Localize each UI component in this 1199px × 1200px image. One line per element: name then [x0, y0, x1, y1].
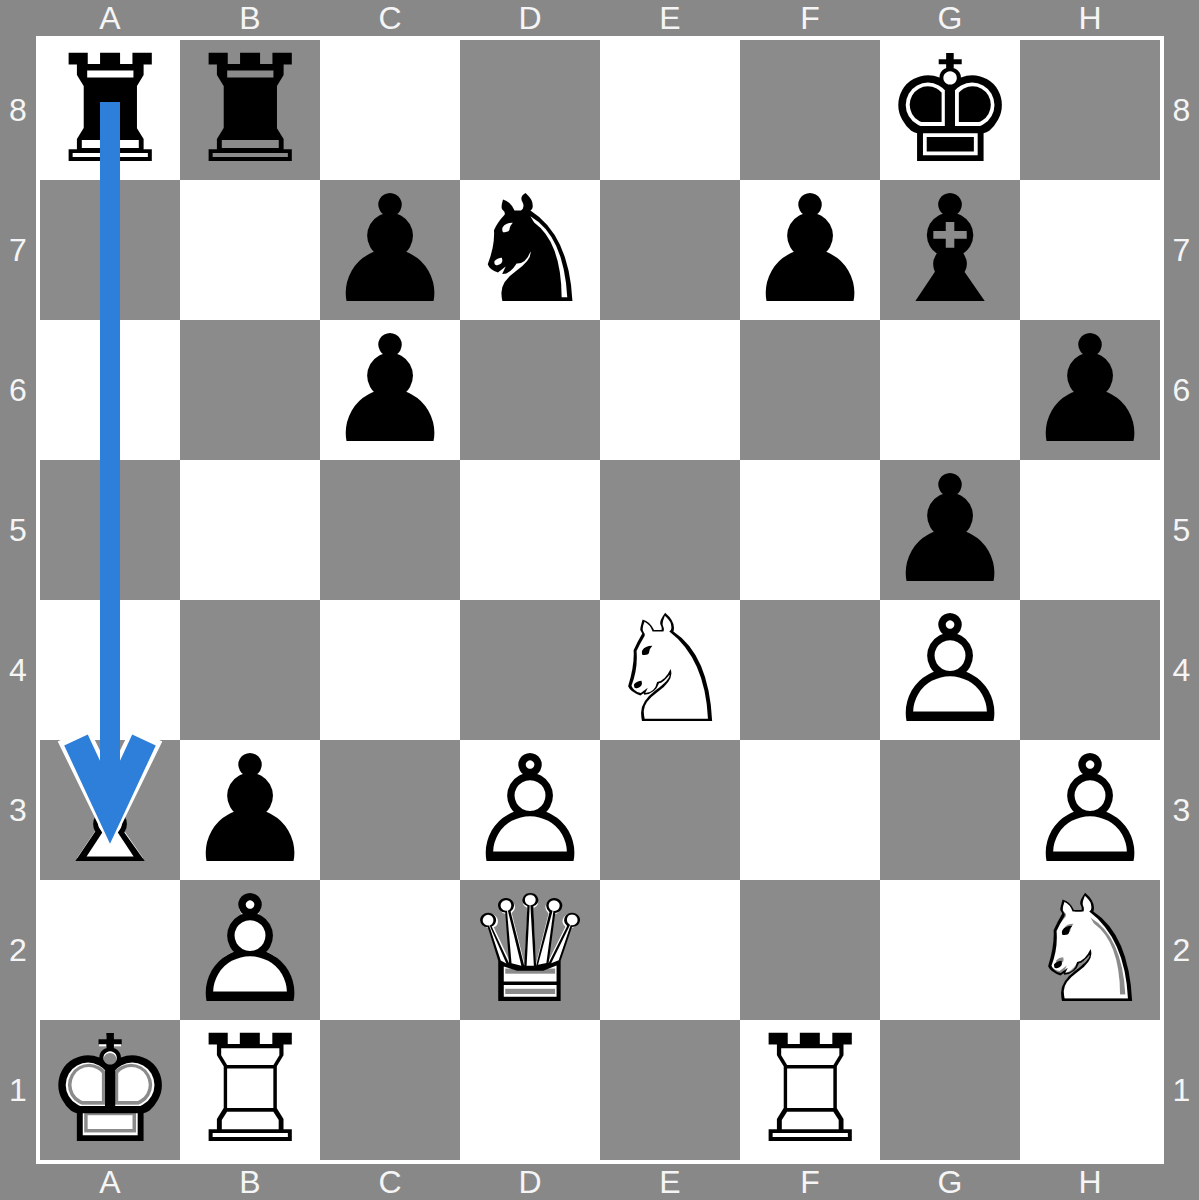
board-outline: ♜♜♚♟♞♟♝♟♟♟♞♘♟♙♝♗♟♟♙♟♙♟♙♛♕♞♘♚♔♜♖♜♖ [36, 36, 1164, 1164]
rank-labels-left: 87654321 [0, 40, 36, 1160]
white-pawn[interactable]: ♙ [180, 880, 320, 1020]
white-rook[interactable]: ♖ [740, 1020, 880, 1160]
square-d3[interactable]: ♟♙ [460, 740, 600, 880]
black-king[interactable]: ♚ [880, 40, 1020, 180]
square-e2[interactable] [600, 880, 740, 1020]
file-label-top-f: F [740, 0, 880, 36]
square-c4[interactable] [320, 600, 460, 740]
black-pawn[interactable]: ♟ [880, 460, 1020, 600]
square-f4[interactable] [740, 600, 880, 740]
black-pawn[interactable]: ♟ [320, 320, 460, 460]
rank-label-left-7: 7 [0, 180, 36, 320]
square-f1[interactable]: ♜♖ [740, 1020, 880, 1160]
white-rook[interactable]: ♖ [180, 1020, 320, 1160]
square-g2[interactable] [880, 880, 1020, 1020]
square-h5[interactable] [1020, 460, 1160, 600]
square-g8[interactable]: ♚ [880, 40, 1020, 180]
square-d5[interactable] [460, 460, 600, 600]
black-pawn[interactable]: ♟ [320, 180, 460, 320]
square-b7[interactable] [180, 180, 320, 320]
square-h2[interactable]: ♞♘ [1020, 880, 1160, 1020]
white-pawn-fill: ♟ [464, 744, 597, 877]
black-pawn[interactable]: ♟ [180, 740, 320, 880]
white-pawn[interactable]: ♙ [460, 740, 600, 880]
white-king-fill: ♚ [44, 1024, 177, 1157]
rank-label-left-6: 6 [0, 320, 36, 460]
square-a2[interactable] [40, 880, 180, 1020]
white-pawn-fill: ♟ [184, 884, 317, 1017]
square-h6[interactable]: ♟ [1020, 320, 1160, 460]
square-b8[interactable]: ♜ [180, 40, 320, 180]
file-label-top-d: D [460, 0, 600, 36]
file-label-bottom-h: H [1020, 1164, 1160, 1200]
square-f6[interactable] [740, 320, 880, 460]
square-d1[interactable] [460, 1020, 600, 1160]
black-rook[interactable]: ♜ [180, 40, 320, 180]
black-pawn[interactable]: ♟ [740, 180, 880, 320]
black-pawn[interactable]: ♟ [1020, 320, 1160, 460]
square-c5[interactable] [320, 460, 460, 600]
square-a8[interactable]: ♜ [40, 40, 180, 180]
square-h1[interactable] [1020, 1020, 1160, 1160]
square-c8[interactable] [320, 40, 460, 180]
file-label-bottom-f: F [740, 1164, 880, 1200]
square-e7[interactable] [600, 180, 740, 320]
square-d6[interactable] [460, 320, 600, 460]
square-a1[interactable]: ♚♔ [40, 1020, 180, 1160]
square-g3[interactable] [880, 740, 1020, 880]
square-e5[interactable] [600, 460, 740, 600]
square-b4[interactable] [180, 600, 320, 740]
file-labels-top: ABCDEFGH [40, 0, 1160, 36]
square-f3[interactable] [740, 740, 880, 880]
square-g5[interactable]: ♟ [880, 460, 1020, 600]
rank-label-right-5: 5 [1164, 460, 1199, 600]
white-king[interactable]: ♔ [40, 1020, 180, 1160]
square-b3[interactable]: ♟ [180, 740, 320, 880]
file-label-bottom-a: A [40, 1164, 180, 1200]
white-pawn-fill: ♟ [884, 604, 1017, 737]
square-d8[interactable] [460, 40, 600, 180]
rank-label-left-4: 4 [0, 600, 36, 740]
rank-label-right-4: 4 [1164, 600, 1199, 740]
square-g1[interactable] [880, 1020, 1020, 1160]
square-h3[interactable]: ♟♙ [1020, 740, 1160, 880]
rank-label-right-3: 3 [1164, 740, 1199, 880]
square-b6[interactable] [180, 320, 320, 460]
white-pawn-fill: ♟ [1024, 744, 1157, 877]
square-a7[interactable] [40, 180, 180, 320]
black-bishop[interactable]: ♝ [880, 180, 1020, 320]
file-label-bottom-d: D [460, 1164, 600, 1200]
square-h7[interactable] [1020, 180, 1160, 320]
square-a5[interactable] [40, 460, 180, 600]
square-b2[interactable]: ♟♙ [180, 880, 320, 1020]
square-c6[interactable]: ♟ [320, 320, 460, 460]
square-f2[interactable] [740, 880, 880, 1020]
white-queen-fill: ♛ [464, 884, 597, 1017]
rank-label-left-1: 1 [0, 1020, 36, 1160]
rank-label-left-2: 2 [0, 880, 36, 1020]
file-label-top-e: E [600, 0, 740, 36]
white-knight-fill: ♞ [1024, 884, 1157, 1017]
square-g4[interactable]: ♟♙ [880, 600, 1020, 740]
white-rook-fill: ♜ [184, 1024, 317, 1157]
white-queen[interactable]: ♕ [460, 880, 600, 1020]
white-knight[interactable]: ♘ [1020, 880, 1160, 1020]
square-c7[interactable]: ♟ [320, 180, 460, 320]
square-e6[interactable] [600, 320, 740, 460]
square-c2[interactable] [320, 880, 460, 1020]
square-f5[interactable] [740, 460, 880, 600]
white-bishop-fill: ♝ [44, 744, 177, 877]
rank-label-right-6: 6 [1164, 320, 1199, 460]
rank-label-left-5: 5 [0, 460, 36, 600]
square-a6[interactable] [40, 320, 180, 460]
square-g6[interactable] [880, 320, 1020, 460]
chess-board: ♜♜♚♟♞♟♝♟♟♟♞♘♟♙♝♗♟♟♙♟♙♟♙♛♕♞♘♚♔♜♖♜♖ [40, 40, 1160, 1160]
square-h4[interactable] [1020, 600, 1160, 740]
white-knight-fill: ♞ [604, 604, 737, 737]
file-label-top-b: B [180, 0, 320, 36]
file-label-bottom-b: B [180, 1164, 320, 1200]
rank-label-left-8: 8 [0, 40, 36, 180]
square-f8[interactable] [740, 40, 880, 180]
file-label-bottom-g: G [880, 1164, 1020, 1200]
rank-label-right-2: 2 [1164, 880, 1199, 1020]
square-a4[interactable] [40, 600, 180, 740]
square-d4[interactable] [460, 600, 600, 740]
square-f7[interactable]: ♟ [740, 180, 880, 320]
square-e3[interactable] [600, 740, 740, 880]
square-d2[interactable]: ♛♕ [460, 880, 600, 1020]
file-label-bottom-e: E [600, 1164, 740, 1200]
rank-label-right-1: 1 [1164, 1020, 1199, 1160]
square-c1[interactable] [320, 1020, 460, 1160]
white-pawn[interactable]: ♙ [880, 600, 1020, 740]
square-a3[interactable]: ♝♗ [40, 740, 180, 880]
file-label-top-h: H [1020, 0, 1160, 36]
square-e1[interactable] [600, 1020, 740, 1160]
black-rook[interactable]: ♜ [40, 40, 180, 180]
rank-label-right-8: 8 [1164, 40, 1199, 180]
file-labels-bottom: ABCDEFGH [40, 1164, 1160, 1200]
white-knight[interactable]: ♘ [600, 600, 740, 740]
square-c3[interactable] [320, 740, 460, 880]
square-b5[interactable] [180, 460, 320, 600]
square-b1[interactable]: ♜♖ [180, 1020, 320, 1160]
square-e4[interactable]: ♞♘ [600, 600, 740, 740]
file-label-top-a: A [40, 0, 180, 36]
white-rook-fill: ♜ [744, 1024, 877, 1157]
black-knight[interactable]: ♞ [460, 180, 600, 320]
square-h8[interactable] [1020, 40, 1160, 180]
white-bishop[interactable]: ♗ [40, 740, 180, 880]
square-d7[interactable]: ♞ [460, 180, 600, 320]
file-label-top-c: C [320, 0, 460, 36]
chess-board-frame: ABCDEFGH ABCDEFGH 87654321 87654321 ♜♜♚♟… [0, 0, 1199, 1200]
file-label-top-g: G [880, 0, 1020, 36]
white-pawn[interactable]: ♙ [1020, 740, 1160, 880]
rank-label-left-3: 3 [0, 740, 36, 880]
rank-label-right-7: 7 [1164, 180, 1199, 320]
square-e8[interactable] [600, 40, 740, 180]
file-label-bottom-c: C [320, 1164, 460, 1200]
rank-labels-right: 87654321 [1164, 40, 1199, 1160]
square-g7[interactable]: ♝ [880, 180, 1020, 320]
